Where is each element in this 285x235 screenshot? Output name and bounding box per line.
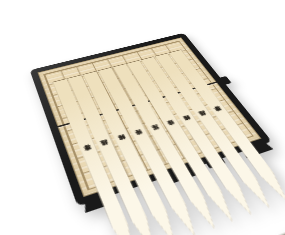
board-grid-area: 香車桂馬銀将金将玉将金将銀将桂馬香車飛車角行歩兵歩兵歩兵歩兵歩兵歩兵歩兵歩兵歩兵… bbox=[43, 41, 254, 191]
shogi-board: 香車桂馬銀将金将玉将金将銀将桂馬香車飛車角行歩兵歩兵歩兵歩兵歩兵歩兵歩兵歩兵歩兵… bbox=[30, 33, 272, 207]
piece-kanji: 角行 bbox=[279, 230, 285, 235]
board-frame: 香車桂馬銀将金将玉将金将銀将桂馬香車飛車角行歩兵歩兵歩兵歩兵歩兵歩兵歩兵歩兵歩兵… bbox=[30, 33, 272, 207]
board-surface: 香車桂馬銀将金将玉将金将銀将桂馬香車飛車角行歩兵歩兵歩兵歩兵歩兵歩兵歩兵歩兵歩兵… bbox=[38, 37, 262, 197]
piece-gote-bishop[interactable]: 角行 bbox=[279, 230, 285, 235]
photo-scene: 香車桂馬銀将金将玉将金将銀将桂馬香車飛車角行歩兵歩兵歩兵歩兵歩兵歩兵歩兵歩兵歩兵… bbox=[0, 0, 285, 235]
